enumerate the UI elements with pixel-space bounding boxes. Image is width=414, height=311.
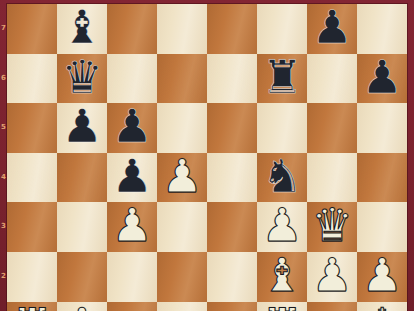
square-e3[interactable] (207, 202, 257, 252)
black-pawn-c5: ♟ (111, 102, 152, 152)
square-f4[interactable]: ♞ (257, 153, 307, 203)
square-d7[interactable] (157, 4, 207, 54)
square-c6[interactable] (107, 54, 157, 104)
square-a4[interactable] (7, 153, 57, 203)
rank-label-4: 4 (0, 174, 7, 181)
square-e5[interactable] (207, 103, 257, 153)
square-a3[interactable] (7, 202, 57, 252)
white-queen-g3: ♛ (311, 201, 352, 251)
rank-label-2: 2 (0, 273, 7, 280)
white-pawn-d4: ♟ (161, 152, 202, 202)
square-a7[interactable] (7, 4, 57, 54)
square-b7[interactable]: ♝ (57, 4, 107, 54)
square-e2[interactable] (207, 252, 257, 302)
square-b6[interactable]: ♛ (57, 54, 107, 104)
square-c7[interactable] (107, 4, 157, 54)
square-f5[interactable] (257, 103, 307, 153)
black-pawn-h6: ♟ (361, 53, 402, 103)
square-f1[interactable]: ♜ (257, 302, 307, 311)
square-g1[interactable] (307, 302, 357, 311)
square-g7[interactable]: ♟ (307, 4, 357, 54)
square-h1[interactable]: ♚ (357, 302, 407, 311)
square-a6[interactable] (7, 54, 57, 104)
square-e4[interactable] (207, 153, 257, 203)
square-b4[interactable] (57, 153, 107, 203)
square-a5[interactable] (7, 103, 57, 153)
square-f6[interactable]: ♜ (257, 54, 307, 104)
square-g4[interactable] (307, 153, 357, 203)
white-bishop-f2: ♝ (261, 251, 302, 301)
square-f2[interactable]: ♝ (257, 252, 307, 302)
rank-label-6: 6 (0, 75, 7, 82)
square-c4[interactable]: ♟ (107, 153, 157, 203)
black-bishop-b7: ♝ (61, 3, 102, 53)
white-pawn-g2: ♟ (311, 251, 352, 301)
white-bishop-b1: ♝ (61, 301, 102, 311)
square-e6[interactable] (207, 54, 257, 104)
white-pawn-h2: ♟ (361, 251, 402, 301)
chess-board: ♝♟♛♜♟♟♟♟♟♞♟♟♛♝♟♟♜♝♜♚ (7, 4, 407, 311)
square-g3[interactable]: ♛ (307, 202, 357, 252)
square-a2[interactable] (7, 252, 57, 302)
black-rook-f6: ♜ (261, 53, 302, 103)
square-d3[interactable] (157, 202, 207, 252)
square-a1[interactable]: ♜ (7, 302, 57, 311)
square-c2[interactable] (107, 252, 157, 302)
square-h5[interactable] (357, 103, 407, 153)
black-pawn-g7: ♟ (311, 3, 352, 53)
black-knight-f4: ♞ (261, 152, 302, 202)
white-rook-a1: ♜ (11, 301, 52, 311)
square-d4[interactable]: ♟ (157, 153, 207, 203)
square-h6[interactable]: ♟ (357, 54, 407, 104)
rank-label-5: 5 (0, 124, 7, 131)
black-pawn-c4: ♟ (111, 152, 152, 202)
white-king-h1: ♚ (361, 301, 402, 311)
square-d6[interactable] (157, 54, 207, 104)
square-e1[interactable] (207, 302, 257, 311)
square-h4[interactable] (357, 153, 407, 203)
chess-diagram-frame: ♝♟♛♜♟♟♟♟♟♞♟♟♛♝♟♟♜♝♜♚ 765432 (0, 0, 414, 311)
rank-label-7: 7 (0, 25, 7, 32)
square-c5[interactable]: ♟ (107, 103, 157, 153)
white-pawn-c3: ♟ (111, 201, 152, 251)
square-g2[interactable]: ♟ (307, 252, 357, 302)
square-g5[interactable] (307, 103, 357, 153)
rank-label-3: 3 (0, 223, 7, 230)
square-c3[interactable]: ♟ (107, 202, 157, 252)
square-b1[interactable]: ♝ (57, 302, 107, 311)
square-f3[interactable]: ♟ (257, 202, 307, 252)
square-d5[interactable] (157, 103, 207, 153)
square-g6[interactable] (307, 54, 357, 104)
square-e7[interactable] (207, 4, 257, 54)
square-h3[interactable] (357, 202, 407, 252)
square-b3[interactable] (57, 202, 107, 252)
square-h2[interactable]: ♟ (357, 252, 407, 302)
square-d2[interactable] (157, 252, 207, 302)
square-c1[interactable] (107, 302, 157, 311)
square-h7[interactable] (357, 4, 407, 54)
square-f7[interactable] (257, 4, 307, 54)
square-d1[interactable] (157, 302, 207, 311)
white-pawn-f3: ♟ (261, 201, 302, 251)
square-b2[interactable] (57, 252, 107, 302)
square-b5[interactable]: ♟ (57, 103, 107, 153)
white-rook-f1: ♜ (261, 301, 302, 311)
black-queen-b6: ♛ (61, 53, 102, 103)
black-pawn-b5: ♟ (61, 102, 102, 152)
